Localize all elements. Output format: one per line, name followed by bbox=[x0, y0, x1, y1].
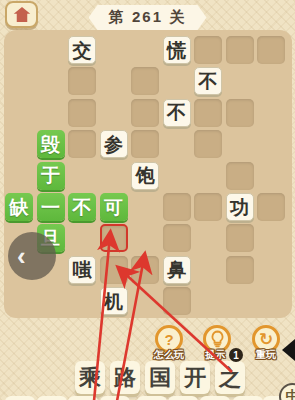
board-cell-r6c3 bbox=[100, 224, 128, 252]
board-cell-r1c4 bbox=[131, 67, 159, 95]
board-tile-r3c1: 毁 bbox=[37, 130, 65, 158]
tray-tile-stub bbox=[100, 396, 130, 400]
board-cell-r0c7 bbox=[226, 36, 254, 64]
board-tile-r5c1: 一 bbox=[37, 193, 65, 221]
board-tile-r7c5: 鼻 bbox=[163, 256, 191, 284]
tray-tile-stub bbox=[200, 396, 230, 400]
level-text: 第 261 关 bbox=[109, 8, 186, 27]
hint-count-badge: 1 bbox=[229, 348, 243, 362]
tray-tile-乘[interactable]: 乘 bbox=[75, 361, 105, 394]
replay-icon: ↻ bbox=[259, 329, 273, 350]
chevron-left-icon: ‹ bbox=[17, 241, 26, 272]
board-tile-r3c3: 参 bbox=[100, 130, 128, 158]
side-drawer-arrow-icon[interactable] bbox=[282, 339, 295, 361]
bulb-icon bbox=[210, 330, 225, 348]
board-tile-r5c7: 功 bbox=[226, 193, 254, 221]
board-tile-r0c5: 慌 bbox=[163, 36, 191, 64]
board-tile-r8c3: 机 bbox=[100, 287, 128, 315]
board-cell-r4c7 bbox=[226, 162, 254, 190]
board-cell-r6c7 bbox=[226, 224, 254, 252]
board-cell-r7c7 bbox=[226, 256, 254, 284]
home-button[interactable] bbox=[5, 1, 38, 28]
board-tile-r5c3: 可 bbox=[100, 193, 128, 221]
board-cell-r2c6 bbox=[194, 99, 222, 127]
how-to-play-label[interactable]: 怎么玩 bbox=[144, 348, 194, 362]
tray-tile-国[interactable]: 国 bbox=[145, 361, 175, 394]
board-cell-r5c6 bbox=[194, 193, 222, 221]
tray-tile-stub bbox=[168, 396, 198, 400]
board-tile-r7c2: 嗤 bbox=[68, 256, 96, 284]
board-cell-r5c5 bbox=[163, 193, 191, 221]
tray-tile-之[interactable]: 之 bbox=[215, 361, 245, 394]
board-cell-r3c6 bbox=[194, 130, 222, 158]
board-cell-r0c8 bbox=[257, 36, 285, 64]
tray-tile-stub bbox=[5, 396, 35, 400]
board-tile-r5c0: 缺 bbox=[5, 193, 33, 221]
tray-tile-stub bbox=[137, 396, 167, 400]
game-screen: 第 261 关 交慌不不毁参于饱缺一不可功旦嗤鼻机 ‹ ? 怎么玩 提示 1 ↻… bbox=[0, 0, 295, 400]
board-cell-r7c3 bbox=[100, 256, 128, 284]
board-tile-r4c4: 饱 bbox=[131, 162, 159, 190]
question-icon: ? bbox=[164, 331, 173, 348]
board-cell-r0c6 bbox=[194, 36, 222, 64]
tray-tile-路[interactable]: 路 bbox=[110, 361, 140, 394]
board-cell-r3c2 bbox=[68, 130, 96, 158]
hint-label[interactable]: 提示 bbox=[197, 348, 233, 362]
board-cell-r1c2 bbox=[68, 67, 96, 95]
level-banner: 第 261 关 bbox=[89, 5, 207, 30]
tray-tile-stub bbox=[233, 396, 263, 400]
board-tile-r2c5: 不 bbox=[163, 99, 191, 127]
board-tile-r0c2: 交 bbox=[68, 36, 96, 64]
board-cell-r2c7 bbox=[226, 99, 254, 127]
board-cell-r7c4 bbox=[131, 256, 159, 284]
board-cell-r8c5 bbox=[163, 287, 191, 315]
board-cell-r5c8 bbox=[257, 193, 285, 221]
tray-tile-开[interactable]: 开 bbox=[180, 361, 210, 394]
home-icon bbox=[13, 6, 31, 23]
board-tile-r4c1: 于 bbox=[37, 162, 65, 190]
board-cell-r6c5 bbox=[163, 224, 191, 252]
board-tile-r1c6: 不 bbox=[194, 67, 222, 95]
board-cell-r2c4 bbox=[131, 99, 159, 127]
tray-tile-stub bbox=[37, 396, 67, 400]
board-cell-r2c2 bbox=[68, 99, 96, 127]
tray-tile-stub bbox=[68, 396, 98, 400]
crossword-board: 交慌不不毁参于饱缺一不可功旦嗤鼻机 bbox=[4, 30, 292, 318]
lang-badge[interactable]: 中 bbox=[279, 383, 295, 400]
back-button[interactable]: ‹ bbox=[8, 232, 56, 280]
board-tile-r5c2: 不 bbox=[68, 193, 96, 221]
board-cell-r3c4 bbox=[131, 130, 159, 158]
